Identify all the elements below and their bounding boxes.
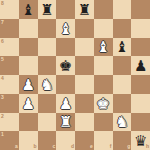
square-e3[interactable] bbox=[75, 94, 94, 113]
square-c4[interactable]: ♞ bbox=[38, 75, 57, 94]
square-h7[interactable] bbox=[131, 19, 150, 38]
square-g4[interactable] bbox=[113, 75, 132, 94]
square-e8[interactable]: ♜ bbox=[75, 0, 94, 19]
square-b1[interactable]: b bbox=[19, 131, 38, 150]
square-h3[interactable] bbox=[131, 94, 150, 113]
rank-label-5: 5 bbox=[1, 57, 4, 62]
square-a3[interactable]: 3 bbox=[0, 94, 19, 113]
file-label-g: g bbox=[127, 144, 130, 149]
rank-label-7: 7 bbox=[1, 20, 4, 25]
square-c8[interactable]: ♜ bbox=[38, 0, 57, 19]
square-f5[interactable] bbox=[94, 56, 113, 75]
piece-white-knight[interactable]: ♞ bbox=[40, 77, 53, 92]
file-label-c: c bbox=[52, 144, 55, 149]
rank-label-1: 1 bbox=[1, 132, 4, 137]
square-d3[interactable]: ♟ bbox=[56, 94, 75, 113]
piece-black-bishop[interactable]: ♝ bbox=[115, 40, 128, 55]
square-b4[interactable]: ♟ bbox=[19, 75, 38, 94]
square-b5[interactable] bbox=[19, 56, 38, 75]
square-c2[interactable] bbox=[38, 113, 57, 132]
square-h1[interactable]: h♛ bbox=[131, 131, 150, 150]
piece-white-pawn[interactable]: ♟ bbox=[21, 96, 34, 111]
square-g8[interactable] bbox=[113, 0, 132, 19]
square-a1[interactable]: 1a bbox=[0, 131, 19, 150]
rank-label-6: 6 bbox=[1, 39, 4, 44]
square-c7[interactable] bbox=[38, 19, 57, 38]
square-f6[interactable]: ♝ bbox=[94, 38, 113, 57]
piece-white-pawn[interactable]: ♟ bbox=[59, 96, 72, 111]
square-f3[interactable]: ♚ bbox=[94, 94, 113, 113]
piece-black-queen[interactable]: ♛ bbox=[134, 134, 147, 149]
file-label-f: f bbox=[110, 144, 112, 149]
square-h8[interactable] bbox=[131, 0, 150, 19]
piece-black-pawn[interactable]: ♟ bbox=[134, 59, 147, 74]
square-a4[interactable]: 4 bbox=[0, 75, 19, 94]
square-e6[interactable] bbox=[75, 38, 94, 57]
square-c5[interactable] bbox=[38, 56, 57, 75]
square-f7[interactable] bbox=[94, 19, 113, 38]
square-c3[interactable] bbox=[38, 94, 57, 113]
square-b7[interactable] bbox=[19, 19, 38, 38]
square-c1[interactable]: c bbox=[38, 131, 57, 150]
square-e4[interactable] bbox=[75, 75, 94, 94]
square-f8[interactable] bbox=[94, 0, 113, 19]
square-c6[interactable] bbox=[38, 38, 57, 57]
square-b2[interactable] bbox=[19, 113, 38, 132]
square-h4[interactable] bbox=[131, 75, 150, 94]
square-d2[interactable]: ♜ bbox=[56, 113, 75, 132]
square-g3[interactable] bbox=[113, 94, 132, 113]
square-a5[interactable]: 5 bbox=[0, 56, 19, 75]
rank-label-3: 3 bbox=[1, 95, 4, 100]
square-e5[interactable] bbox=[75, 56, 94, 75]
square-b3[interactable]: ♟ bbox=[19, 94, 38, 113]
square-a7[interactable]: 7 bbox=[0, 19, 19, 38]
square-f1[interactable]: f bbox=[94, 131, 113, 150]
square-g7[interactable] bbox=[113, 19, 132, 38]
square-a8[interactable]: 8 bbox=[0, 0, 19, 19]
square-b8[interactable]: ♝ bbox=[19, 0, 38, 19]
piece-black-rook[interactable]: ♜ bbox=[40, 2, 53, 17]
square-h6[interactable] bbox=[131, 38, 150, 57]
file-label-d: d bbox=[71, 144, 74, 149]
piece-white-bishop[interactable]: ♝ bbox=[59, 21, 72, 36]
rank-label-4: 4 bbox=[1, 76, 4, 81]
square-b6[interactable] bbox=[19, 38, 38, 57]
square-e2[interactable] bbox=[75, 113, 94, 132]
piece-white-pawn[interactable]: ♟ bbox=[21, 77, 34, 92]
square-d6[interactable] bbox=[56, 38, 75, 57]
square-h5[interactable]: ♟ bbox=[131, 56, 150, 75]
piece-black-bishop[interactable]: ♝ bbox=[21, 2, 34, 17]
square-g1[interactable]: g bbox=[113, 131, 132, 150]
piece-black-rook[interactable]: ♜ bbox=[78, 2, 91, 17]
piece-white-rook[interactable]: ♜ bbox=[59, 115, 72, 130]
file-label-b: b bbox=[33, 144, 36, 149]
file-label-a: a bbox=[15, 144, 18, 149]
square-d1[interactable]: d bbox=[56, 131, 75, 150]
square-a2[interactable]: 2 bbox=[0, 113, 19, 132]
rank-label-2: 2 bbox=[1, 114, 4, 119]
square-f2[interactable] bbox=[94, 113, 113, 132]
piece-white-king[interactable]: ♚ bbox=[96, 96, 109, 111]
square-d4[interactable] bbox=[56, 75, 75, 94]
chess-board: 8♝♜♜7♝6♝♝5♚♟4♟♞3♟♟♚2♜♞1abcdefgh♛ bbox=[0, 0, 150, 150]
square-e7[interactable] bbox=[75, 19, 94, 38]
file-label-e: e bbox=[90, 144, 93, 149]
piece-white-knight[interactable]: ♞ bbox=[115, 115, 128, 130]
square-g5[interactable] bbox=[113, 56, 132, 75]
square-d5[interactable]: ♚ bbox=[56, 56, 75, 75]
square-g6[interactable]: ♝ bbox=[113, 38, 132, 57]
square-h2[interactable] bbox=[131, 113, 150, 132]
rank-label-8: 8 bbox=[1, 1, 4, 6]
square-e1[interactable]: e bbox=[75, 131, 94, 150]
square-a6[interactable]: 6 bbox=[0, 38, 19, 57]
square-d8[interactable] bbox=[56, 0, 75, 19]
square-g2[interactable]: ♞ bbox=[113, 113, 132, 132]
piece-white-bishop[interactable]: ♝ bbox=[96, 40, 109, 55]
square-f4[interactable] bbox=[94, 75, 113, 94]
piece-black-king[interactable]: ♚ bbox=[59, 59, 72, 74]
square-d7[interactable]: ♝ bbox=[56, 19, 75, 38]
